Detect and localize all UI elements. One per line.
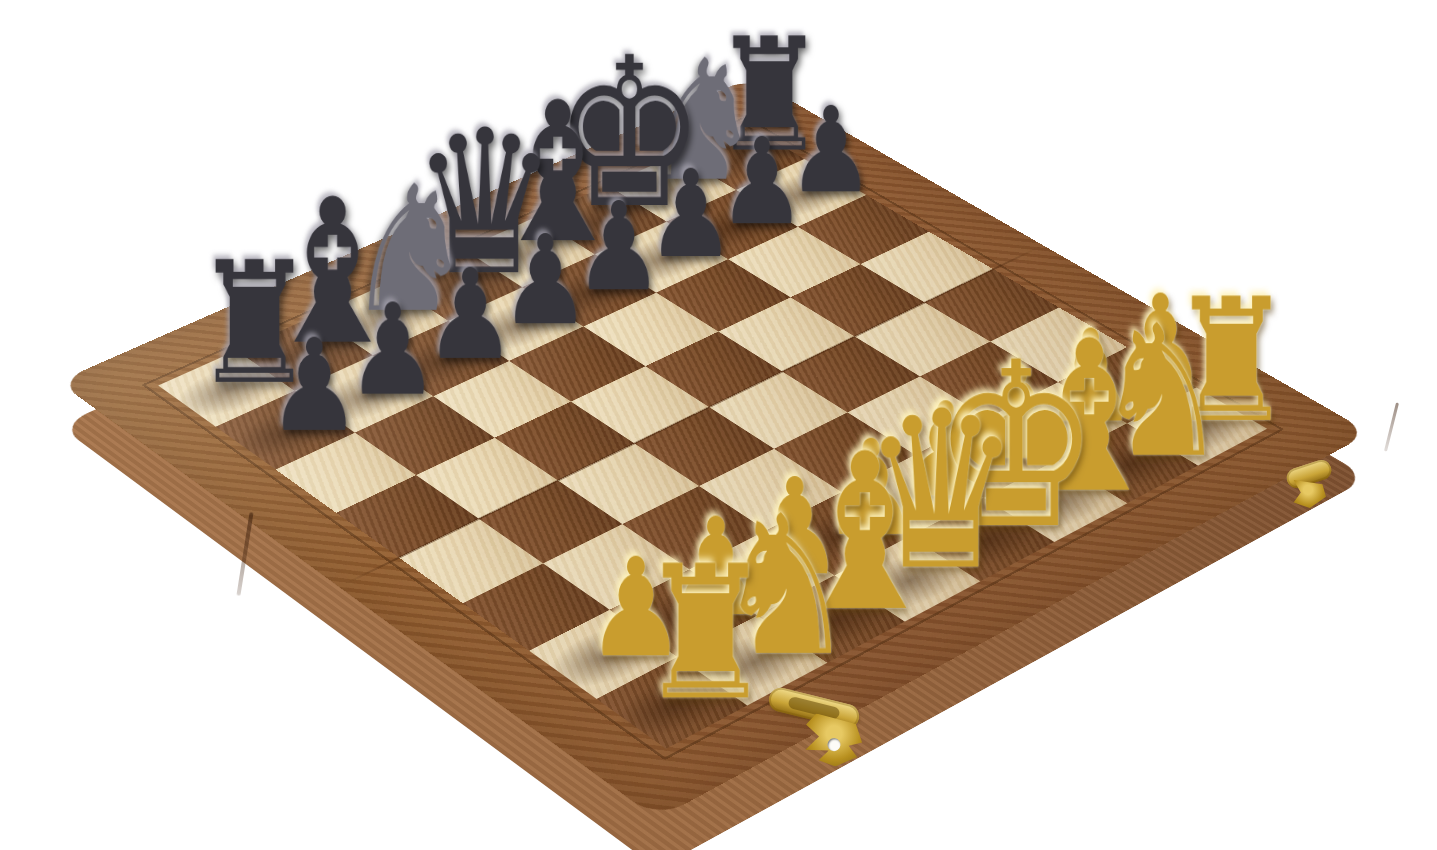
board-perspective: ♜♝♞♛♝♚♞♜♟♟♟♟♟♟♟♟♟♟♟♟♟♟♟♟♜♞♝♛♚♝♞♜	[0, 0, 1437, 850]
brass-latch-front	[768, 690, 868, 770]
scene: ♜♝♞♛♝♚♞♜♟♟♟♟♟♟♟♟♟♟♟♟♟♟♟♟♜♞♝♛♚♝♞♜	[0, 0, 1437, 850]
brass-latch-right	[1282, 460, 1342, 516]
piece-glyph: ♟	[165, 322, 464, 450]
square-a1[interactable]: ♜	[597, 657, 748, 749]
chess-board: ♜♝♞♛♝♚♞♜♟♟♟♟♟♟♟♟♟♟♟♟♟♟♟♟♜♞♝♛♚♝♞♜	[58, 77, 1370, 819]
white-rook-a1[interactable]: ♜	[597, 657, 748, 749]
board-field: ♜♝♞♛♝♚♞♜♟♟♟♟♟♟♟♟♟♟♟♟♟♟♟♟♜♞♝♛♚♝♞♜	[158, 124, 1267, 749]
